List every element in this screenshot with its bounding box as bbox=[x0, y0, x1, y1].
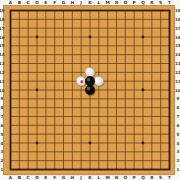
coord-label-top: H bbox=[71, 0, 75, 5]
coord-label-bottom: B bbox=[18, 175, 21, 180]
coord-label-top: L bbox=[97, 0, 100, 5]
coord-label-top: N bbox=[115, 0, 119, 5]
coord-label-bottom: R bbox=[150, 175, 154, 180]
coord-label-bottom: F bbox=[53, 175, 56, 180]
coord-label-bottom: K bbox=[88, 175, 92, 180]
star-point bbox=[142, 36, 145, 39]
black-stone bbox=[85, 85, 95, 95]
coord-label-left: 6 bbox=[0, 123, 3, 128]
coord-label-right: 13 bbox=[175, 61, 180, 66]
coord-label-left: 1 bbox=[0, 167, 3, 172]
coord-label-bottom: G bbox=[62, 175, 66, 180]
coord-label-top: D bbox=[35, 0, 39, 5]
coord-label-right: 11 bbox=[175, 79, 180, 84]
coord-label-top: A bbox=[9, 0, 13, 5]
coord-label-left: 4 bbox=[0, 141, 3, 146]
coord-label-top: K bbox=[88, 0, 92, 5]
coord-label-left: 15 bbox=[0, 43, 5, 48]
coord-label-right: 15 bbox=[175, 43, 180, 48]
coord-label-bottom: E bbox=[44, 175, 47, 180]
star-point bbox=[142, 89, 145, 92]
coord-label-top: C bbox=[27, 0, 30, 5]
coord-label-top: S bbox=[159, 0, 162, 5]
coord-label-bottom: M bbox=[106, 175, 110, 180]
coord-label-left: 19 bbox=[0, 8, 5, 13]
coord-label-right: 12 bbox=[175, 70, 180, 75]
coord-label-bottom: S bbox=[159, 175, 162, 180]
coord-label-right: 5 bbox=[176, 132, 179, 137]
coord-label-right: 1 bbox=[176, 167, 179, 172]
coord-label-left: 13 bbox=[0, 61, 5, 66]
coord-label-right: 16 bbox=[175, 35, 180, 40]
coord-label-right: 18 bbox=[175, 17, 180, 22]
coord-label-left: 3 bbox=[0, 149, 3, 154]
coord-label-left: 7 bbox=[0, 114, 3, 119]
coord-label-left: 14 bbox=[0, 52, 5, 57]
star-point bbox=[89, 142, 92, 145]
black-stone-highlight bbox=[87, 87, 90, 90]
last-move-marker bbox=[80, 80, 83, 83]
coord-label-right: 3 bbox=[176, 149, 179, 154]
coord-label-left: 18 bbox=[0, 17, 5, 22]
coord-label-top: J bbox=[79, 0, 82, 5]
coord-label-bottom: N bbox=[115, 175, 119, 180]
coord-label-bottom: P bbox=[133, 175, 136, 180]
coord-label-top: R bbox=[150, 0, 154, 5]
coord-label-bottom: A bbox=[9, 175, 13, 180]
black-stone-highlight bbox=[87, 78, 90, 81]
coord-label-top: G bbox=[62, 0, 66, 5]
coord-label-left: 17 bbox=[0, 26, 5, 31]
coord-label-top: O bbox=[124, 0, 128, 5]
coord-label-right: 2 bbox=[176, 158, 179, 163]
coord-label-left: 5 bbox=[0, 132, 3, 137]
star-point bbox=[36, 36, 39, 39]
coord-label-top: E bbox=[44, 0, 47, 5]
coord-label-right: 6 bbox=[176, 123, 179, 128]
go-board[interactable]: AABBCCDDEEFFGGHHJJKKLLMMNNOOPPQQRRSSTT19… bbox=[0, 0, 180, 180]
coord-label-right: 7 bbox=[176, 114, 179, 119]
coord-label-bottom: H bbox=[71, 175, 75, 180]
coord-label-left: 16 bbox=[0, 35, 5, 40]
coord-label-bottom: T bbox=[168, 175, 171, 180]
coord-label-left: 9 bbox=[0, 96, 3, 101]
white-stone-highlight bbox=[78, 78, 81, 81]
coord-label-bottom: Q bbox=[141, 175, 145, 180]
black-stone bbox=[85, 76, 95, 86]
coord-label-bottom: J bbox=[79, 175, 82, 180]
coord-label-left: 10 bbox=[0, 88, 5, 93]
coord-label-top: T bbox=[168, 0, 171, 5]
coord-label-top: B bbox=[18, 0, 21, 5]
coord-label-top: Q bbox=[141, 0, 145, 5]
white-stone-highlight bbox=[87, 69, 90, 72]
coord-label-bottom: C bbox=[27, 175, 30, 180]
star-point bbox=[89, 36, 92, 39]
coord-label-left: 8 bbox=[0, 105, 3, 110]
coord-label-left: 12 bbox=[0, 70, 5, 75]
white-stone-highlight bbox=[96, 78, 99, 81]
coord-label-right: 10 bbox=[175, 88, 180, 93]
coord-label-right: 8 bbox=[176, 105, 179, 110]
coord-label-top: P bbox=[133, 0, 136, 5]
coord-label-top: M bbox=[106, 0, 110, 5]
go-app-canvas: AABBCCDDEEFFGGHHJJKKLLMMNNOOPPQQRRSSTT19… bbox=[0, 0, 180, 180]
star-point bbox=[36, 142, 39, 145]
coord-label-right: 14 bbox=[175, 52, 180, 57]
star-point bbox=[36, 89, 39, 92]
coord-label-bottom: O bbox=[124, 175, 128, 180]
coord-label-left: 2 bbox=[0, 158, 3, 163]
coord-label-bottom: L bbox=[97, 175, 100, 180]
coord-label-left: 11 bbox=[0, 79, 5, 84]
coord-label-top: F bbox=[53, 0, 56, 5]
coord-label-right: 19 bbox=[175, 8, 180, 13]
coord-label-right: 4 bbox=[176, 141, 179, 146]
coord-label-right: 9 bbox=[176, 96, 179, 101]
coord-label-right: 17 bbox=[175, 26, 180, 31]
star-point bbox=[142, 142, 145, 145]
coord-label-bottom: D bbox=[35, 175, 39, 180]
